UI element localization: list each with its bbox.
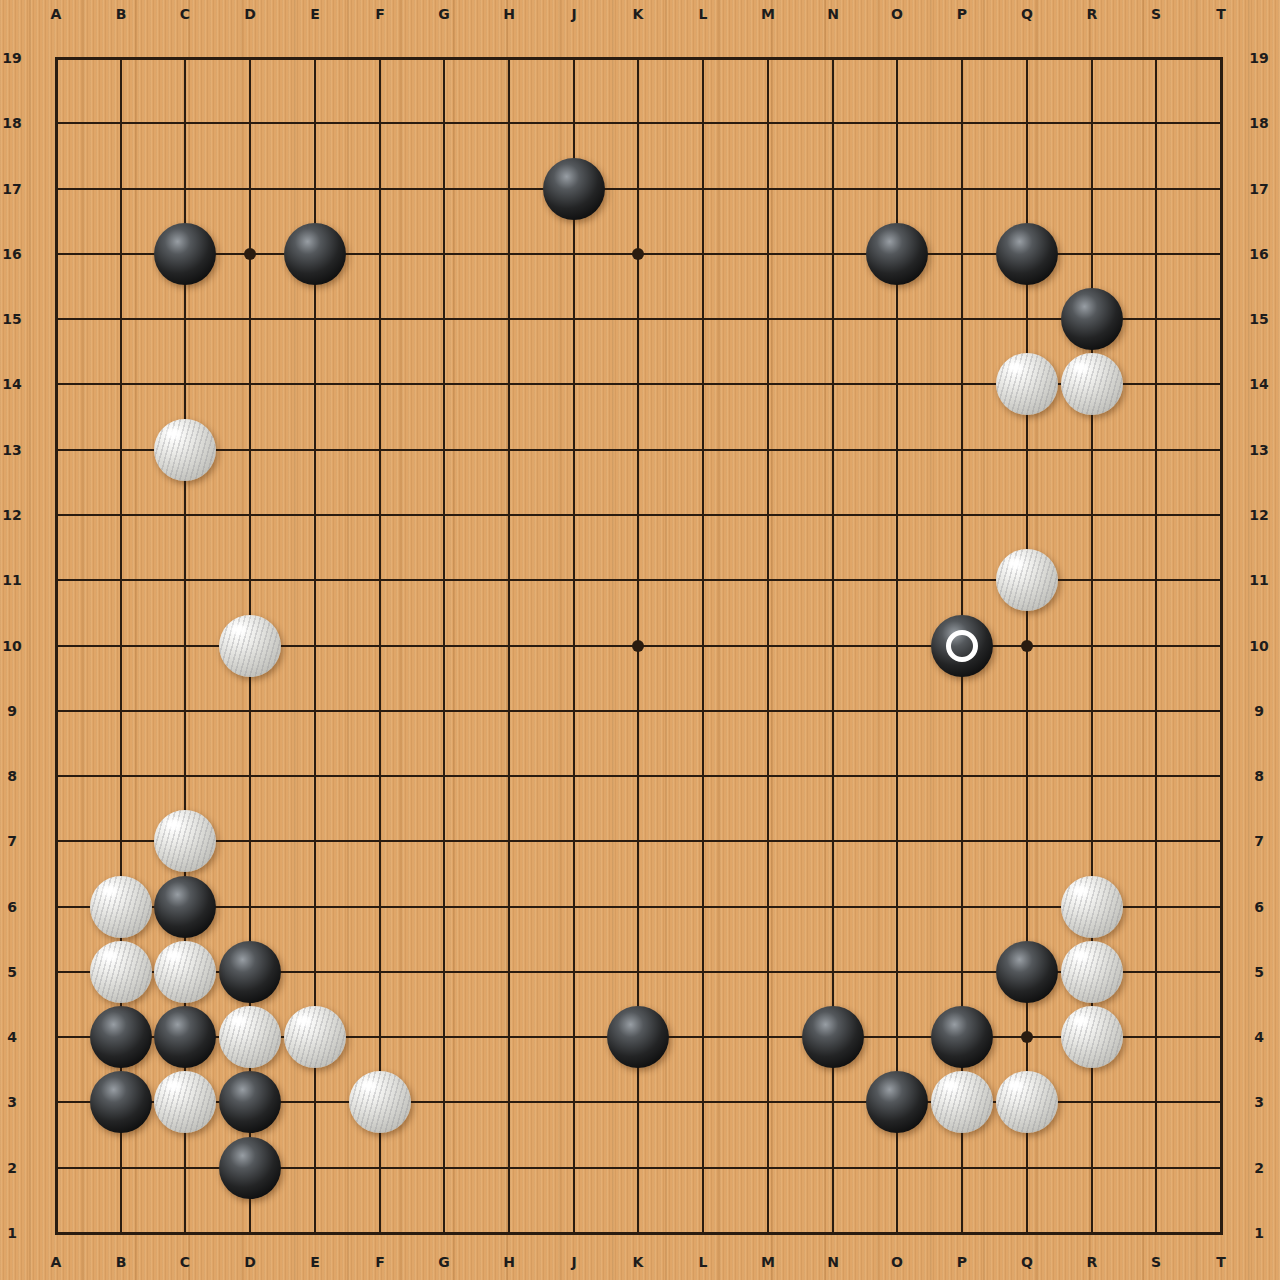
row-label: 1 bbox=[7, 1226, 17, 1240]
black-stone[interactable] bbox=[996, 941, 1058, 1003]
white-stone[interactable] bbox=[154, 810, 216, 872]
white-stone[interactable] bbox=[219, 1006, 281, 1068]
column-label: K bbox=[633, 7, 644, 21]
black-stone[interactable] bbox=[866, 1071, 928, 1133]
white-stone[interactable] bbox=[931, 1071, 993, 1133]
row-label: 11 bbox=[2, 573, 21, 587]
column-label: F bbox=[375, 1255, 385, 1269]
column-label: M bbox=[761, 7, 775, 21]
grid-line bbox=[55, 1232, 1223, 1235]
row-label: 4 bbox=[7, 1030, 17, 1044]
row-label: 8 bbox=[7, 769, 17, 783]
white-stone[interactable] bbox=[349, 1071, 411, 1133]
black-stone[interactable] bbox=[219, 1071, 281, 1133]
grid-line bbox=[702, 57, 704, 1235]
column-label: P bbox=[957, 1255, 967, 1269]
row-label: 10 bbox=[1249, 639, 1268, 653]
row-label: 18 bbox=[1249, 116, 1268, 130]
row-label: 14 bbox=[1249, 377, 1268, 391]
column-label: R bbox=[1087, 1255, 1098, 1269]
row-label: 6 bbox=[7, 900, 17, 914]
row-label: 19 bbox=[1249, 51, 1268, 65]
black-stone[interactable] bbox=[90, 1071, 152, 1133]
column-label: H bbox=[503, 1255, 515, 1269]
row-label: 2 bbox=[7, 1161, 17, 1175]
black-stone[interactable] bbox=[154, 876, 216, 938]
row-label: 10 bbox=[2, 639, 21, 653]
white-stone[interactable] bbox=[154, 1071, 216, 1133]
row-label: 17 bbox=[2, 182, 21, 196]
column-label: O bbox=[891, 1255, 903, 1269]
row-label: 12 bbox=[1249, 508, 1268, 522]
row-label: 18 bbox=[2, 116, 21, 130]
white-stone[interactable] bbox=[1061, 353, 1123, 415]
column-label: Q bbox=[1021, 1255, 1033, 1269]
row-label: 5 bbox=[1254, 965, 1264, 979]
white-stone[interactable] bbox=[90, 876, 152, 938]
grid-line bbox=[55, 188, 1223, 190]
row-label: 8 bbox=[1254, 769, 1264, 783]
black-stone[interactable] bbox=[866, 223, 928, 285]
star-point bbox=[244, 248, 256, 260]
black-stone[interactable] bbox=[607, 1006, 669, 1068]
column-label: G bbox=[438, 7, 450, 21]
column-label: N bbox=[827, 1255, 839, 1269]
column-label: L bbox=[699, 7, 708, 21]
white-stone[interactable] bbox=[90, 941, 152, 1003]
column-label: D bbox=[244, 1255, 256, 1269]
grid-line bbox=[55, 514, 1223, 516]
row-label: 15 bbox=[2, 312, 21, 326]
black-stone[interactable] bbox=[1061, 288, 1123, 350]
black-stone[interactable] bbox=[154, 223, 216, 285]
column-label: S bbox=[1151, 7, 1161, 21]
column-label: M bbox=[761, 1255, 775, 1269]
grid-line bbox=[55, 906, 1223, 908]
column-label: B bbox=[116, 1255, 127, 1269]
column-label: T bbox=[1216, 7, 1226, 21]
column-label: K bbox=[633, 1255, 644, 1269]
row-label: 19 bbox=[2, 51, 21, 65]
column-label: T bbox=[1216, 1255, 1226, 1269]
column-label: G bbox=[438, 1255, 450, 1269]
row-label: 6 bbox=[1254, 900, 1264, 914]
column-label: B bbox=[116, 7, 127, 21]
row-label: 3 bbox=[7, 1095, 17, 1109]
star-point bbox=[632, 640, 644, 652]
white-stone[interactable] bbox=[154, 419, 216, 481]
column-label: A bbox=[51, 1255, 62, 1269]
row-label: 2 bbox=[1254, 1161, 1264, 1175]
white-stone[interactable] bbox=[996, 1071, 1058, 1133]
star-point bbox=[632, 248, 644, 260]
row-label: 15 bbox=[1249, 312, 1268, 326]
column-label: A bbox=[51, 7, 62, 21]
row-label: 13 bbox=[2, 443, 21, 457]
star-point bbox=[1021, 640, 1033, 652]
row-label: 5 bbox=[7, 965, 17, 979]
row-label: 9 bbox=[1254, 704, 1264, 718]
black-stone[interactable] bbox=[90, 1006, 152, 1068]
black-stone[interactable] bbox=[154, 1006, 216, 1068]
column-label: R bbox=[1087, 7, 1098, 21]
row-label: 16 bbox=[1249, 247, 1268, 261]
row-label: 4 bbox=[1254, 1030, 1264, 1044]
row-label: 13 bbox=[1249, 443, 1268, 457]
column-label: S bbox=[1151, 1255, 1161, 1269]
column-label: L bbox=[699, 1255, 708, 1269]
row-label: 12 bbox=[2, 508, 21, 522]
grid-line bbox=[55, 122, 1223, 124]
row-label: 3 bbox=[1254, 1095, 1264, 1109]
black-stone[interactable] bbox=[284, 223, 346, 285]
grid-line bbox=[55, 318, 1223, 320]
row-label: 14 bbox=[2, 377, 21, 391]
column-label: E bbox=[310, 7, 320, 21]
grid-line bbox=[55, 775, 1223, 777]
grid-line bbox=[1155, 57, 1157, 1235]
black-stone[interactable] bbox=[996, 223, 1058, 285]
row-label: 9 bbox=[7, 704, 17, 718]
row-label: 7 bbox=[7, 834, 17, 848]
column-label: H bbox=[503, 7, 515, 21]
column-label: D bbox=[244, 7, 256, 21]
grid-line bbox=[55, 710, 1223, 712]
column-label: P bbox=[957, 7, 967, 21]
black-stone[interactable] bbox=[219, 1137, 281, 1199]
row-label: 16 bbox=[2, 247, 21, 261]
white-stone[interactable] bbox=[1061, 876, 1123, 938]
row-label: 7 bbox=[1254, 834, 1264, 848]
white-stone[interactable] bbox=[996, 353, 1058, 415]
column-label: E bbox=[310, 1255, 320, 1269]
column-label: Q bbox=[1021, 7, 1033, 21]
column-label: J bbox=[571, 1255, 576, 1269]
black-stone[interactable] bbox=[802, 1006, 864, 1068]
goban[interactable]: AABBCCDDEEFFGGHHJJKKLLMMNNOOPPQQRRSSTT19… bbox=[0, 0, 1280, 1280]
white-stone[interactable] bbox=[996, 549, 1058, 611]
row-label: 11 bbox=[1249, 573, 1268, 587]
black-stone[interactable] bbox=[931, 1006, 993, 1068]
white-stone[interactable] bbox=[1061, 1006, 1123, 1068]
column-label: J bbox=[571, 7, 576, 21]
grid-line bbox=[55, 449, 1223, 451]
star-point bbox=[1021, 1031, 1033, 1043]
row-label: 1 bbox=[1254, 1226, 1264, 1240]
column-label: O bbox=[891, 7, 903, 21]
last-move-marker bbox=[946, 630, 978, 662]
grid-line bbox=[55, 57, 1223, 60]
column-label: C bbox=[180, 7, 190, 21]
grid-line bbox=[1220, 57, 1223, 1235]
black-stone[interactable] bbox=[219, 941, 281, 1003]
grid-line bbox=[767, 57, 769, 1235]
white-stone[interactable] bbox=[219, 615, 281, 677]
column-label: C bbox=[180, 1255, 190, 1269]
white-stone[interactable] bbox=[284, 1006, 346, 1068]
grid-line bbox=[55, 840, 1223, 842]
column-label: F bbox=[375, 7, 385, 21]
row-label: 17 bbox=[1249, 182, 1268, 196]
black-stone[interactable] bbox=[543, 158, 605, 220]
white-stone[interactable] bbox=[154, 941, 216, 1003]
white-stone[interactable] bbox=[1061, 941, 1123, 1003]
column-label: N bbox=[827, 7, 839, 21]
